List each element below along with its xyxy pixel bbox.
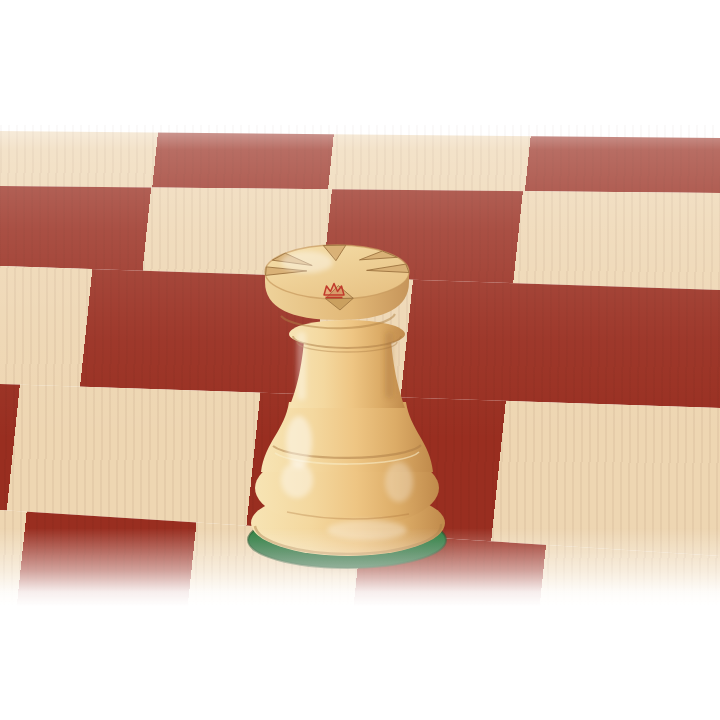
white-rook-drawing xyxy=(227,230,467,580)
white-rook[interactable]: ♖ xyxy=(227,230,467,580)
crown-stamp xyxy=(324,284,344,298)
product-photo-scene: ♖ xyxy=(0,0,720,720)
